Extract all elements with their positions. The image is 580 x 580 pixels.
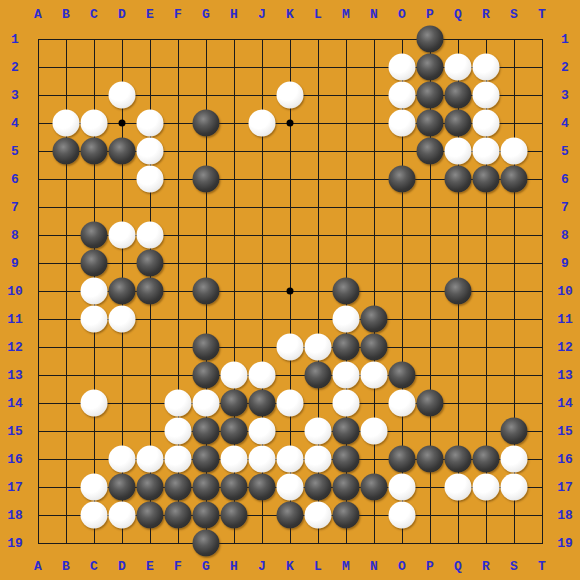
column-label-bottom: O — [398, 560, 406, 573]
column-label-bottom: Q — [454, 560, 462, 573]
row-label-right: 17 — [557, 481, 573, 494]
row-label-left: 17 — [7, 481, 23, 494]
go-board[interactable]: ABCDEFGHJKLMNOPQRST ABCDEFGHJKLMNOPQRST … — [0, 0, 580, 580]
screenshot-stage: ABCDEFGHJKLMNOPQRST ABCDEFGHJKLMNOPQRST … — [0, 0, 580, 580]
go-stone-black[interactable] — [305, 362, 332, 389]
go-stone-black[interactable] — [305, 474, 332, 501]
go-stone-white[interactable] — [333, 362, 360, 389]
column-label-top: N — [370, 8, 378, 21]
row-label-right: 1 — [561, 33, 569, 46]
go-stone-white[interactable] — [473, 110, 500, 137]
go-stone-white[interactable] — [473, 54, 500, 81]
go-stone-black[interactable] — [361, 306, 388, 333]
go-stone-black[interactable] — [221, 502, 248, 529]
go-stone-black[interactable] — [249, 474, 276, 501]
go-stone-white[interactable] — [81, 110, 108, 137]
row-label-left: 15 — [7, 425, 23, 438]
go-stone-white[interactable] — [277, 334, 304, 361]
column-label-top: P — [426, 8, 434, 21]
go-stone-white[interactable] — [81, 502, 108, 529]
go-stone-white[interactable] — [137, 110, 164, 137]
column-label-top: C — [90, 8, 98, 21]
go-stone-black[interactable] — [165, 474, 192, 501]
go-stone-white[interactable] — [137, 166, 164, 193]
column-label-top: K — [286, 8, 294, 21]
go-stone-black[interactable] — [389, 166, 416, 193]
go-stone-black[interactable] — [81, 222, 108, 249]
row-label-left: 5 — [11, 145, 19, 158]
go-stone-black[interactable] — [109, 474, 136, 501]
row-label-left: 6 — [11, 173, 19, 186]
column-label-bottom: M — [342, 560, 350, 573]
go-stone-black[interactable] — [165, 502, 192, 529]
go-stone-white[interactable] — [389, 502, 416, 529]
row-label-left: 11 — [7, 313, 23, 326]
row-label-right: 8 — [561, 229, 569, 242]
row-label-right: 19 — [557, 537, 573, 550]
go-stone-black[interactable] — [277, 502, 304, 529]
go-stone-black[interactable] — [221, 390, 248, 417]
column-label-top: D — [118, 8, 126, 21]
go-stone-black[interactable] — [193, 110, 220, 137]
row-label-left: 10 — [7, 285, 23, 298]
go-stone-black[interactable] — [81, 250, 108, 277]
go-stone-white[interactable] — [389, 474, 416, 501]
go-stone-white[interactable] — [305, 334, 332, 361]
row-label-right: 9 — [561, 257, 569, 270]
row-label-left: 2 — [11, 61, 19, 74]
go-stone-white[interactable] — [277, 82, 304, 109]
go-stone-black[interactable] — [137, 250, 164, 277]
go-stone-white[interactable] — [305, 446, 332, 473]
row-label-left: 3 — [11, 89, 19, 102]
column-label-top: H — [230, 8, 238, 21]
go-stone-black[interactable] — [445, 82, 472, 109]
go-stone-black[interactable] — [417, 110, 444, 137]
go-stone-white[interactable] — [165, 446, 192, 473]
star-point — [287, 120, 294, 127]
go-stone-black[interactable] — [361, 474, 388, 501]
column-label-top: G — [202, 8, 210, 21]
row-label-left: 12 — [7, 341, 23, 354]
go-stone-black[interactable] — [501, 166, 528, 193]
row-label-right: 16 — [557, 453, 573, 466]
go-stone-black[interactable] — [193, 334, 220, 361]
go-stone-white[interactable] — [277, 446, 304, 473]
go-stone-black[interactable] — [333, 418, 360, 445]
go-stone-white[interactable] — [445, 474, 472, 501]
column-label-bottom: F — [174, 560, 182, 573]
go-stone-black[interactable] — [193, 362, 220, 389]
column-label-top: B — [62, 8, 70, 21]
column-label-bottom: C — [90, 560, 98, 573]
go-stone-white[interactable] — [165, 390, 192, 417]
go-stone-white[interactable] — [501, 138, 528, 165]
go-stone-black[interactable] — [221, 418, 248, 445]
column-label-bottom: P — [426, 560, 434, 573]
go-stone-white[interactable] — [473, 138, 500, 165]
go-stone-black[interactable] — [389, 362, 416, 389]
go-stone-white[interactable] — [137, 222, 164, 249]
row-label-left: 14 — [7, 397, 23, 410]
go-stone-black[interactable] — [249, 390, 276, 417]
go-stone-white[interactable] — [445, 138, 472, 165]
column-label-top: A — [34, 8, 42, 21]
go-stone-white[interactable] — [389, 82, 416, 109]
row-label-right: 2 — [561, 61, 569, 74]
go-stone-white[interactable] — [389, 54, 416, 81]
column-label-top: S — [510, 8, 518, 21]
column-label-bottom: B — [62, 560, 70, 573]
go-stone-black[interactable] — [417, 82, 444, 109]
go-stone-white[interactable] — [137, 138, 164, 165]
row-label-right: 6 — [561, 173, 569, 186]
column-label-top: J — [258, 8, 266, 21]
go-stone-black[interactable] — [445, 110, 472, 137]
column-label-bottom: K — [286, 560, 294, 573]
go-stone-white[interactable] — [249, 418, 276, 445]
go-stone-black[interactable] — [445, 278, 472, 305]
go-stone-black[interactable] — [389, 446, 416, 473]
column-label-bottom: N — [370, 560, 378, 573]
row-label-right: 12 — [557, 341, 573, 354]
row-label-right: 11 — [557, 313, 573, 326]
star-point — [119, 120, 126, 127]
column-label-bottom: R — [482, 560, 490, 573]
go-stone-white[interactable] — [109, 222, 136, 249]
go-stone-white[interactable] — [501, 474, 528, 501]
column-label-bottom: T — [538, 560, 546, 573]
go-stone-black[interactable] — [193, 166, 220, 193]
row-label-right: 7 — [561, 201, 569, 214]
go-stone-black[interactable] — [193, 418, 220, 445]
row-label-right: 15 — [557, 425, 573, 438]
go-stone-black[interactable] — [333, 446, 360, 473]
column-label-top: F — [174, 8, 182, 21]
column-label-top: Q — [454, 8, 462, 21]
go-stone-black[interactable] — [81, 138, 108, 165]
go-stone-white[interactable] — [109, 446, 136, 473]
go-stone-white[interactable] — [333, 390, 360, 417]
go-stone-black[interactable] — [361, 334, 388, 361]
go-stone-black[interactable] — [137, 502, 164, 529]
go-stone-black[interactable] — [193, 278, 220, 305]
column-label-top: O — [398, 8, 406, 21]
go-stone-white[interactable] — [81, 390, 108, 417]
go-stone-white[interactable] — [305, 502, 332, 529]
go-stone-white[interactable] — [445, 54, 472, 81]
column-label-bottom: H — [230, 560, 238, 573]
row-label-left: 1 — [11, 33, 19, 46]
go-stone-black[interactable] — [445, 166, 472, 193]
go-stone-black[interactable] — [333, 278, 360, 305]
column-label-bottom: E — [146, 560, 154, 573]
go-stone-white[interactable] — [81, 278, 108, 305]
go-stone-white[interactable] — [249, 110, 276, 137]
column-label-bottom: D — [118, 560, 126, 573]
go-stone-black[interactable] — [333, 502, 360, 529]
go-stone-white[interactable] — [277, 474, 304, 501]
go-stone-white[interactable] — [109, 502, 136, 529]
go-stone-white[interactable] — [333, 306, 360, 333]
row-label-right: 3 — [561, 89, 569, 102]
column-label-top: E — [146, 8, 154, 21]
column-label-top: L — [314, 8, 322, 21]
go-stone-black[interactable] — [417, 54, 444, 81]
go-stone-white[interactable] — [473, 82, 500, 109]
go-stone-black[interactable] — [333, 474, 360, 501]
go-stone-black[interactable] — [109, 138, 136, 165]
go-stone-black[interactable] — [193, 502, 220, 529]
column-label-bottom: J — [258, 560, 266, 573]
go-stone-white[interactable] — [473, 474, 500, 501]
go-stone-black[interactable] — [473, 166, 500, 193]
column-label-top: T — [538, 8, 546, 21]
go-stone-white[interactable] — [81, 306, 108, 333]
row-label-right: 18 — [557, 509, 573, 522]
column-label-bottom: G — [202, 560, 210, 573]
go-stone-white[interactable] — [501, 446, 528, 473]
go-stone-white[interactable] — [305, 418, 332, 445]
go-stone-black[interactable] — [193, 474, 220, 501]
go-stone-white[interactable] — [81, 474, 108, 501]
row-label-left: 8 — [11, 229, 19, 242]
go-stone-black[interactable] — [137, 474, 164, 501]
go-stone-white[interactable] — [109, 82, 136, 109]
go-stone-white[interactable] — [221, 446, 248, 473]
go-stone-white[interactable] — [249, 362, 276, 389]
go-stone-white[interactable] — [277, 390, 304, 417]
go-stone-black[interactable] — [417, 390, 444, 417]
row-label-right: 10 — [557, 285, 573, 298]
go-stone-black[interactable] — [445, 446, 472, 473]
column-label-top: R — [482, 8, 490, 21]
go-stone-white[interactable] — [53, 110, 80, 137]
row-label-left: 4 — [11, 117, 19, 130]
go-stone-black[interactable] — [417, 138, 444, 165]
go-stone-white[interactable] — [193, 390, 220, 417]
go-stone-white[interactable] — [249, 446, 276, 473]
go-stone-black[interactable] — [417, 26, 444, 53]
row-label-left: 18 — [7, 509, 23, 522]
star-point — [287, 288, 294, 295]
go-stone-black[interactable] — [53, 138, 80, 165]
go-stone-black[interactable] — [417, 446, 444, 473]
go-stone-black[interactable] — [473, 446, 500, 473]
go-stone-white[interactable] — [361, 418, 388, 445]
go-stone-black[interactable] — [501, 418, 528, 445]
row-label-left: 7 — [11, 201, 19, 214]
go-stone-white[interactable] — [137, 446, 164, 473]
row-label-left: 19 — [7, 537, 23, 550]
go-stone-black[interactable] — [193, 530, 220, 557]
go-stone-white[interactable] — [221, 362, 248, 389]
column-label-bottom: L — [314, 560, 322, 573]
go-stone-white[interactable] — [109, 306, 136, 333]
row-label-right: 14 — [557, 397, 573, 410]
row-label-left: 16 — [7, 453, 23, 466]
go-stone-black[interactable] — [193, 446, 220, 473]
go-stone-black[interactable] — [333, 334, 360, 361]
row-label-left: 13 — [7, 369, 23, 382]
go-stone-white[interactable] — [361, 362, 388, 389]
row-label-right: 5 — [561, 145, 569, 158]
go-stone-white[interactable] — [389, 110, 416, 137]
go-stone-white[interactable] — [389, 390, 416, 417]
row-label-right: 13 — [557, 369, 573, 382]
column-label-bottom: A — [34, 560, 42, 573]
row-label-right: 4 — [561, 117, 569, 130]
go-stone-black[interactable] — [137, 278, 164, 305]
column-label-bottom: S — [510, 560, 518, 573]
go-stone-black[interactable] — [109, 278, 136, 305]
go-stone-black[interactable] — [221, 474, 248, 501]
row-label-left: 9 — [11, 257, 19, 270]
column-label-top: M — [342, 8, 350, 21]
go-stone-white[interactable] — [165, 418, 192, 445]
